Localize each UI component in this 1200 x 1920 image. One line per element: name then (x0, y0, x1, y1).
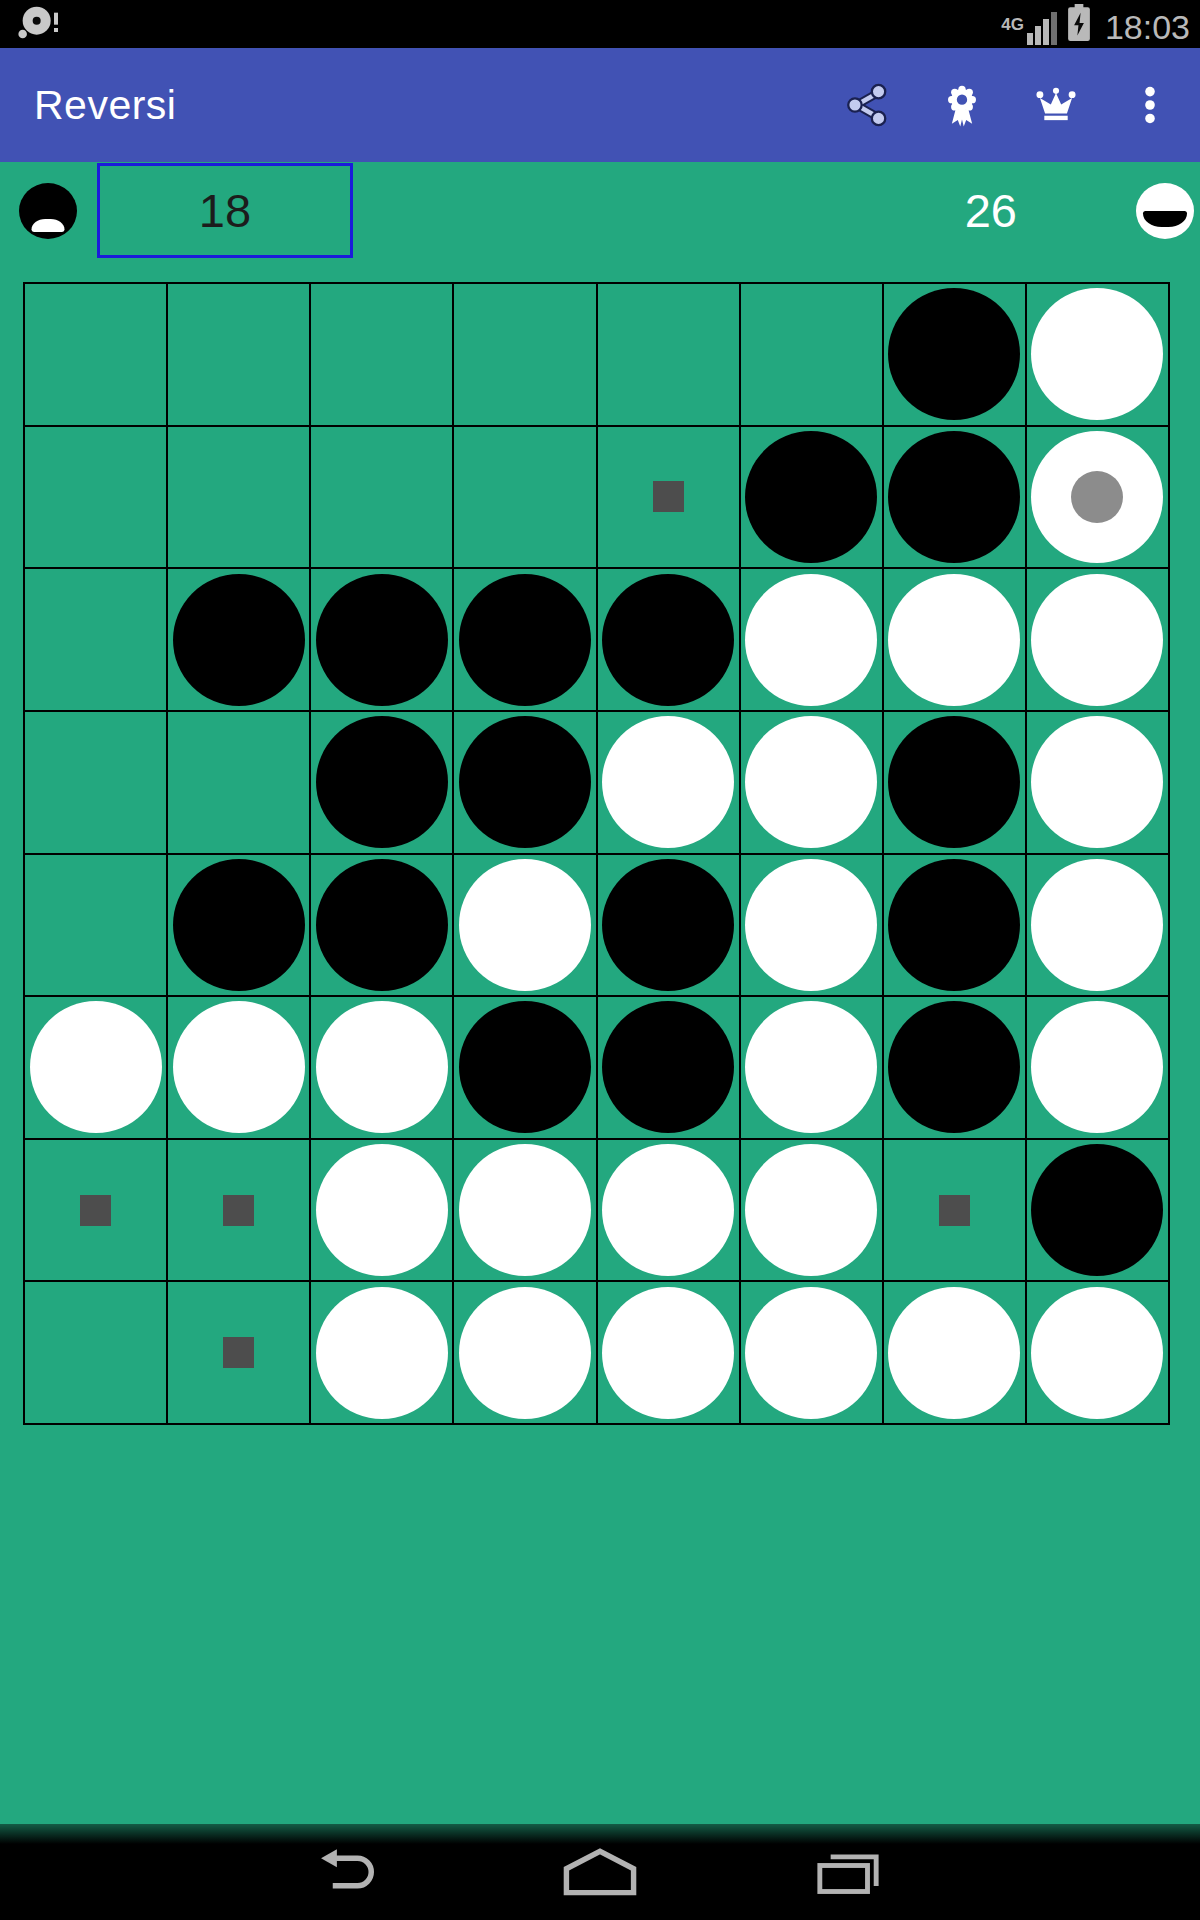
black-disc (316, 859, 448, 991)
cell-d2[interactable] (454, 427, 595, 568)
leaderboard-crown-icon[interactable] (1032, 81, 1080, 129)
black-disc (888, 431, 1020, 563)
white-disc (316, 1001, 448, 1133)
cell-c5[interactable] (311, 855, 452, 996)
black-disc (173, 574, 305, 706)
app-bar-actions (844, 81, 1200, 129)
score-panel: 18 26 (0, 162, 1200, 282)
cell-g2[interactable] (884, 427, 1025, 568)
cell-a4[interactable] (25, 712, 166, 853)
last-move-marker (1071, 471, 1123, 523)
cell-d4[interactable] (454, 712, 595, 853)
white-disc (459, 1144, 591, 1276)
black-score: 18 (199, 183, 251, 238)
legal-move-hint[interactable] (80, 1195, 111, 1226)
cell-g1[interactable] (884, 284, 1025, 425)
cell-d6[interactable] (454, 997, 595, 1138)
white-disc (602, 716, 734, 848)
white-score: 26 (965, 163, 1017, 258)
white-disc (602, 1144, 734, 1276)
cell-f8[interactable] (741, 1282, 882, 1423)
cell-c2[interactable] (311, 427, 452, 568)
white-disc (1031, 431, 1163, 563)
home-button[interactable] (561, 1843, 639, 1901)
app-bar: Reversi (0, 48, 1200, 162)
cell-c1[interactable] (311, 284, 452, 425)
cell-f3[interactable] (741, 569, 882, 710)
cell-e5[interactable] (598, 855, 739, 996)
cell-c4[interactable] (311, 712, 452, 853)
white-disc (745, 859, 877, 991)
cell-f6[interactable] (741, 997, 882, 1138)
cell-h3[interactable] (1027, 569, 1168, 710)
white-disc (1031, 574, 1163, 706)
cell-e3[interactable] (598, 569, 739, 710)
cell-a8[interactable] (25, 1282, 166, 1423)
cell-b3[interactable] (168, 569, 309, 710)
black-disc (888, 1001, 1020, 1133)
navigation-bar (0, 1824, 1200, 1920)
cell-e6[interactable] (598, 997, 739, 1138)
white-disc (745, 574, 877, 706)
cell-h8[interactable] (1027, 1282, 1168, 1423)
cell-e4[interactable] (598, 712, 739, 853)
black-disc (602, 859, 734, 991)
cell-f1[interactable] (741, 284, 882, 425)
cell-d5[interactable] (454, 855, 595, 996)
achievements-rosette-icon[interactable] (938, 81, 986, 129)
cell-b4[interactable] (168, 712, 309, 853)
cell-e1[interactable] (598, 284, 739, 425)
cell-b5[interactable] (168, 855, 309, 996)
cell-a3[interactable] (25, 569, 166, 710)
cell-h4[interactable] (1027, 712, 1168, 853)
cell-e8[interactable] (598, 1282, 739, 1423)
cell-f7[interactable] (741, 1140, 882, 1281)
cell-g5[interactable] (884, 855, 1025, 996)
cell-b6[interactable] (168, 997, 309, 1138)
white-disc (459, 859, 591, 991)
cell-c6[interactable] (311, 997, 452, 1138)
white-disc (459, 1287, 591, 1419)
black-disc (316, 574, 448, 706)
signal-strength-icon: 4G (1001, 10, 1057, 45)
cell-f4[interactable] (741, 712, 882, 853)
white-disc (745, 716, 877, 848)
cell-a1[interactable] (25, 284, 166, 425)
cell-c3[interactable] (311, 569, 452, 710)
battery-charging-icon (1067, 4, 1091, 45)
overflow-menu-icon[interactable] (1126, 81, 1174, 129)
back-button[interactable] (313, 1843, 391, 1901)
white-disc (30, 1001, 162, 1133)
black-player-disc-icon (19, 183, 77, 239)
cell-d3[interactable] (454, 569, 595, 710)
cell-b8[interactable] (168, 1282, 309, 1423)
white-disc (745, 1287, 877, 1419)
legal-move-hint[interactable] (223, 1337, 254, 1368)
cell-a5[interactable] (25, 855, 166, 996)
white-player-disc-icon (1136, 183, 1194, 239)
cell-a6[interactable] (25, 997, 166, 1138)
recents-button[interactable] (809, 1843, 887, 1901)
cell-b2[interactable] (168, 427, 309, 568)
status-bar: 4G 18:03 (0, 0, 1200, 48)
cell-b1[interactable] (168, 284, 309, 425)
legal-move-hint[interactable] (653, 481, 684, 512)
white-disc (1031, 859, 1163, 991)
black-score-box-active-turn: 18 (97, 163, 353, 258)
white-disc (745, 1144, 877, 1276)
share-icon[interactable] (844, 81, 892, 129)
black-disc (459, 716, 591, 848)
legal-move-hint[interactable] (939, 1195, 970, 1226)
cell-g8[interactable] (884, 1282, 1025, 1423)
white-disc (745, 1001, 877, 1133)
cell-g7[interactable] (884, 1140, 1025, 1281)
signal-bars-icon (1027, 12, 1057, 45)
white-disc (888, 574, 1020, 706)
cell-c7[interactable] (311, 1140, 452, 1281)
network-type-label: 4G (1001, 16, 1024, 33)
cell-e2[interactable] (598, 427, 739, 568)
black-disc (1031, 1144, 1163, 1276)
white-disc (316, 1287, 448, 1419)
white-disc (888, 1287, 1020, 1419)
notification-disc-alert-icon (14, 2, 66, 46)
black-disc (602, 574, 734, 706)
black-disc (888, 716, 1020, 848)
cell-c8[interactable] (311, 1282, 452, 1423)
legal-move-hint[interactable] (223, 1195, 254, 1226)
app-title: Reversi (34, 82, 176, 129)
black-disc (459, 574, 591, 706)
cell-d7[interactable] (454, 1140, 595, 1281)
cell-e7[interactable] (598, 1140, 739, 1281)
white-disc (1031, 716, 1163, 848)
clock: 18:03 (1105, 9, 1190, 45)
white-disc (1031, 1001, 1163, 1133)
white-disc (173, 1001, 305, 1133)
cell-d8[interactable] (454, 1282, 595, 1423)
reversi-board[interactable] (23, 282, 1170, 1425)
black-disc (888, 859, 1020, 991)
cell-d1[interactable] (454, 284, 595, 425)
black-disc (459, 1001, 591, 1133)
white-disc (1031, 288, 1163, 420)
white-disc (1031, 1287, 1163, 1419)
cell-h5[interactable] (1027, 855, 1168, 996)
black-disc (173, 859, 305, 991)
cell-h7[interactable] (1027, 1140, 1168, 1281)
cell-g6[interactable] (884, 997, 1025, 1138)
cell-f5[interactable] (741, 855, 882, 996)
black-disc (602, 1001, 734, 1133)
black-disc (888, 288, 1020, 420)
cell-g3[interactable] (884, 569, 1025, 710)
cell-f2[interactable] (741, 427, 882, 568)
cell-a2[interactable] (25, 427, 166, 568)
black-disc (745, 431, 877, 563)
cell-b7[interactable] (168, 1140, 309, 1281)
white-disc (602, 1287, 734, 1419)
black-disc (316, 716, 448, 848)
cell-g4[interactable] (884, 712, 1025, 853)
cell-h2[interactable] (1027, 427, 1168, 568)
cell-a7[interactable] (25, 1140, 166, 1281)
white-disc (316, 1144, 448, 1276)
cell-h6[interactable] (1027, 997, 1168, 1138)
cell-h1[interactable] (1027, 284, 1168, 425)
